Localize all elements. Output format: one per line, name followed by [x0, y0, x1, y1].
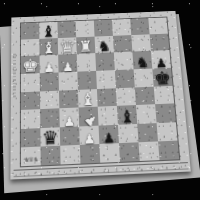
square-f6[interactable] — [114, 52, 134, 71]
square-b5[interactable] — [40, 73, 59, 92]
square-c3[interactable]: ♟ — [59, 108, 79, 127]
square-e6[interactable] — [95, 53, 115, 72]
square-g6[interactable]: ♞ — [132, 51, 152, 70]
square-a2[interactable] — [21, 128, 41, 147]
piece-white-pawn-c3[interactable]: ♟ — [63, 114, 75, 128]
piece-white-bishop-b7[interactable]: ♝ — [41, 40, 56, 56]
chess-board: ♝♝♛♜♞♚♟♟♞♟♚♝♟♟♝♛♟♟♞♛♞ — [10, 11, 190, 180]
piece-black-queen-b2[interactable]: ♛ — [42, 128, 59, 147]
square-b8[interactable]: ♝ — [39, 22, 58, 39]
piece-black-bishop-b8[interactable]: ♝ — [41, 24, 56, 40]
square-b2[interactable]: ♛ — [40, 127, 60, 146]
square-d7[interactable]: ♜ — [76, 37, 95, 54]
square-f3[interactable]: ♝ — [117, 105, 137, 124]
square-c7[interactable]: ♛ — [58, 37, 77, 54]
square-h7[interactable] — [150, 34, 170, 51]
square-a7[interactable] — [21, 39, 40, 56]
piece-black-pawn-e2[interactable]: ♟ — [103, 131, 116, 145]
square-f5[interactable] — [115, 70, 135, 89]
square-b4[interactable] — [40, 91, 59, 110]
board-grid: ♝♝♛♜♞♚♟♟♞♟♚♝♟♟♝♛♟♟♞♛♞ — [20, 17, 180, 168]
square-c8[interactable] — [57, 21, 76, 38]
square-e7[interactable]: ♞ — [95, 36, 114, 53]
square-h6[interactable]: ♟ — [151, 50, 171, 69]
square-e8[interactable] — [94, 20, 113, 37]
square-g3[interactable] — [136, 105, 157, 124]
piece-white-bishop-d4[interactable]: ♝ — [80, 92, 96, 109]
square-g8[interactable] — [130, 18, 149, 35]
square-g5[interactable] — [134, 69, 154, 88]
square-a3[interactable] — [21, 110, 40, 129]
square-a4[interactable] — [21, 92, 40, 111]
square-f2[interactable] — [118, 124, 139, 143]
square-d4[interactable]: ♝ — [78, 89, 98, 108]
square-c1[interactable] — [60, 145, 80, 165]
square-g2[interactable] — [137, 123, 158, 142]
square-f4[interactable] — [116, 88, 136, 107]
square-b1[interactable] — [41, 146, 61, 166]
square-d6[interactable] — [77, 53, 96, 72]
square-e1[interactable] — [99, 143, 120, 163]
square-b3[interactable] — [40, 109, 60, 128]
square-a1[interactable]: ♞♛♞ — [21, 146, 41, 166]
square-d3[interactable]: ♟ — [79, 107, 99, 126]
square-f8[interactable] — [112, 19, 131, 36]
square-e3[interactable] — [98, 106, 118, 125]
square-f7[interactable] — [113, 35, 132, 52]
square-f1[interactable] — [119, 142, 140, 162]
square-h3[interactable] — [155, 104, 176, 123]
square-a6[interactable]: ♚ — [21, 56, 40, 75]
square-c2[interactable] — [60, 126, 80, 145]
square-c5[interactable] — [59, 72, 78, 91]
piece-white-rook-d7[interactable]: ♜ — [79, 40, 94, 55]
square-d8[interactable] — [76, 20, 95, 37]
piece-white-pawn-d2[interactable]: ♟ — [83, 132, 96, 146]
photo-background: ♝♝♛♜♞♚♟♟♞♟♚♝♟♟♝♛♟♟♞♛♞ — [0, 0, 200, 200]
piece-white-pawn-c6[interactable]: ♟ — [62, 61, 74, 74]
square-h2[interactable] — [157, 122, 178, 141]
board-emblem: ♞♛♞ — [24, 156, 38, 163]
piece-white-pawn-b6[interactable]: ♟ — [43, 62, 55, 75]
square-d1[interactable] — [80, 144, 100, 164]
piece-black-bishop-f3[interactable]: ♝ — [119, 108, 136, 126]
square-h8[interactable] — [148, 17, 168, 34]
square-b6[interactable]: ♟ — [40, 55, 59, 74]
square-g4[interactable] — [135, 87, 155, 106]
square-h1[interactable] — [158, 140, 179, 160]
square-g1[interactable] — [138, 141, 159, 161]
square-g7[interactable] — [131, 34, 151, 51]
square-a8[interactable] — [21, 23, 39, 40]
square-e5[interactable] — [96, 70, 116, 89]
piece-black-knight-e7[interactable]: ♞ — [97, 40, 111, 54]
square-d5[interactable] — [77, 71, 97, 90]
piece-white-king-a6[interactable]: ♚ — [22, 57, 39, 76]
piece-black-king-h5[interactable]: ♚ — [153, 69, 171, 88]
square-c6[interactable]: ♟ — [58, 54, 77, 73]
piece-black-knight-g6[interactable]: ♞ — [135, 56, 149, 71]
square-b7[interactable]: ♝ — [39, 38, 58, 55]
board-brand-mark — [13, 54, 16, 98]
square-h5[interactable]: ♚ — [152, 68, 172, 87]
square-c4[interactable] — [59, 90, 79, 109]
square-e2[interactable]: ♟ — [99, 124, 119, 143]
square-a5[interactable] — [21, 74, 40, 93]
square-e4[interactable] — [97, 89, 117, 108]
piece-white-queen-c7[interactable]: ♛ — [59, 39, 75, 56]
square-h4[interactable] — [154, 86, 174, 105]
